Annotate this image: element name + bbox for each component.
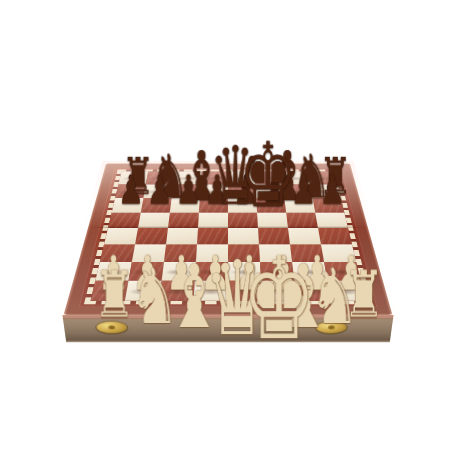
square-b7[interactable]: ♟: [143, 184, 173, 198]
square-h5[interactable]: [315, 213, 348, 228]
board-perspective-stage: ♜♞♝♛♚♝♞♜♟♟♟♟♟♟♟♟♟♟♟♟♟♟♟♟♜♞♝♛♚♝♞♜: [88, 88, 368, 368]
square-b4[interactable]: [135, 228, 168, 244]
square-c7[interactable]: ♟: [172, 184, 201, 198]
square-a4[interactable]: [104, 228, 138, 244]
square-c5[interactable]: [168, 213, 199, 228]
square-e5[interactable]: [228, 213, 258, 228]
square-b5[interactable]: [138, 213, 170, 228]
chess-set: ♜♞♝♛♚♝♞♜♟♟♟♟♟♟♟♟♟♟♟♟♟♟♟♟♜♞♝♛♚♝♞♜: [64, 163, 393, 315]
square-a7[interactable]: ♟: [115, 184, 146, 198]
piece-black-pawn[interactable]: ♟: [176, 174, 202, 207]
board-frame: ♜♞♝♛♚♝♞♜♟♟♟♟♟♟♟♟♟♟♟♟♟♟♟♟♜♞♝♛♚♝♞♜: [64, 163, 393, 315]
square-b1[interactable]: ♞: [125, 281, 162, 301]
piece-black-pawn[interactable]: ♟: [147, 174, 173, 207]
product-photo-background: ♜♞♝♛♚♝♞♜♟♟♟♟♟♟♟♟♟♟♟♟♟♟♟♟♜♞♝♛♚♝♞♜: [0, 0, 456, 456]
mosaic-inlay-border: ♜♞♝♛♚♝♞♜♟♟♟♟♟♟♟♟♟♟♟♟♟♟♟♟♜♞♝♛♚♝♞♜: [84, 170, 372, 305]
piece-white-king[interactable]: ♚: [242, 253, 315, 346]
square-a1[interactable]: ♜: [91, 281, 129, 301]
square-h4[interactable]: [318, 228, 352, 244]
square-d5[interactable]: [198, 213, 228, 228]
square-c4[interactable]: [166, 228, 198, 244]
piece-black-pawn[interactable]: ♟: [319, 174, 345, 207]
square-f5[interactable]: [257, 213, 288, 228]
piece-black-king[interactable]: ♚: [239, 140, 297, 213]
square-g5[interactable]: [286, 213, 318, 228]
piece-black-pawn[interactable]: ♟: [118, 174, 144, 207]
chessboard-grid: ♜♞♝♛♚♝♞♜♟♟♟♟♟♟♟♟♟♟♟♟♟♟♟♟♜♞♝♛♚♝♞♜: [91, 172, 366, 301]
square-a5[interactable]: [108, 213, 141, 228]
